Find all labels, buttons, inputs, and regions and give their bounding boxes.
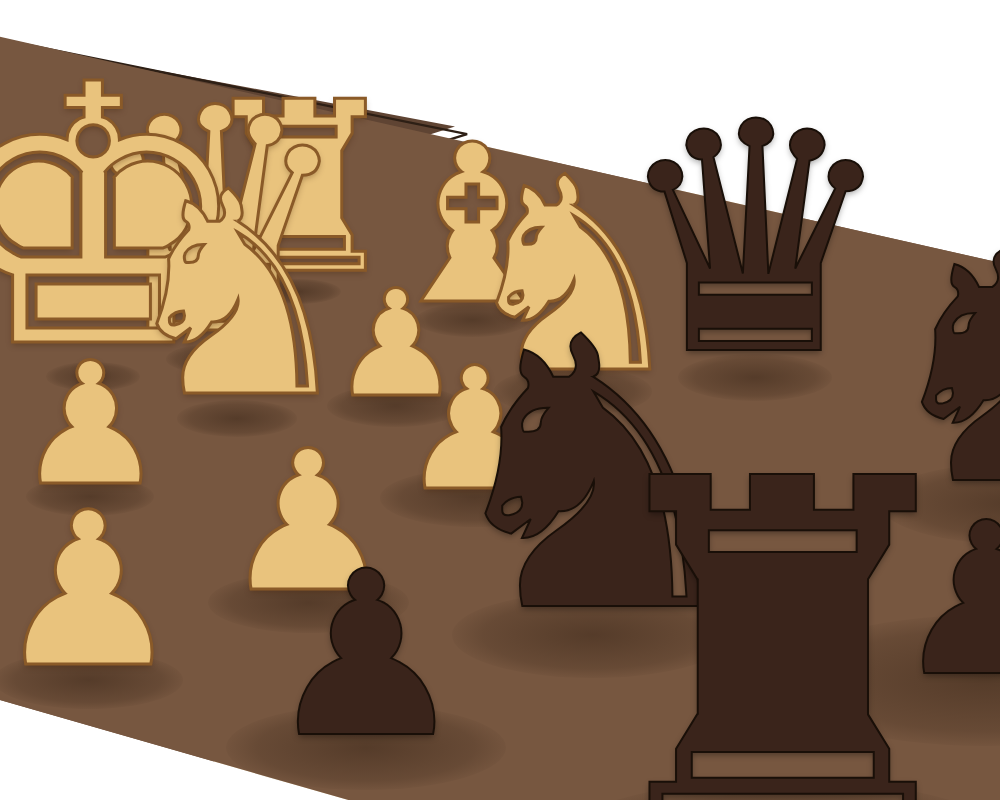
chess-product-photo-scene: ♜♝♛♚♛♞♟♞♟♟♞♟♞♟♟♟♜ [0, 0, 1000, 800]
square-h1 [0, 0, 1000, 800]
chess-board [0, 0, 1000, 800]
